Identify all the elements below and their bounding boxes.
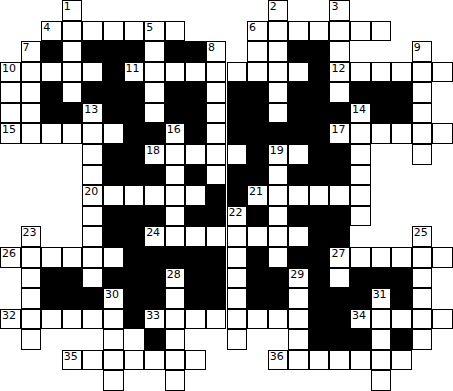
black-cell: [288, 165, 309, 186]
crossword-cell[interactable]: [165, 165, 186, 186]
crossword-cell[interactable]: [21, 123, 42, 144]
crossword-cell[interactable]: [329, 82, 350, 103]
crossword-cell[interactable]: [103, 123, 124, 144]
crossword-cell[interactable]: [103, 329, 124, 350]
crossword-cell[interactable]: [144, 185, 165, 206]
crossword-cell[interactable]: [82, 268, 103, 289]
crossword-cell[interactable]: 31: [371, 288, 392, 309]
crossword-cell[interactable]: [391, 309, 412, 330]
crossword-cell[interactable]: 3: [329, 0, 350, 21]
crossword-cell[interactable]: [268, 206, 289, 227]
crossword-cell[interactable]: 24: [144, 226, 165, 247]
black-cell: [309, 329, 330, 350]
black-cell: [329, 309, 350, 330]
crossword-cell[interactable]: 8: [206, 41, 227, 62]
crossword-cell[interactable]: [62, 82, 83, 103]
crossword-cell[interactable]: [62, 62, 83, 83]
black-cell: [247, 144, 268, 165]
crossword-cell[interactable]: [329, 21, 350, 42]
crossword-cell[interactable]: [309, 185, 330, 206]
clue-number: 1: [64, 1, 71, 13]
crossword-cell[interactable]: [206, 144, 227, 165]
black-cell: [350, 268, 371, 289]
crossword-cell[interactable]: [412, 62, 433, 83]
black-cell: [124, 226, 145, 247]
crossword-cell[interactable]: 21: [247, 185, 268, 206]
crossword-cell[interactable]: [82, 309, 103, 330]
crossword-cell[interactable]: [288, 329, 309, 350]
black-cell: [247, 82, 268, 103]
black-cell: [144, 247, 165, 268]
crossword-cell[interactable]: 32: [0, 309, 21, 330]
crossword-cell[interactable]: [268, 165, 289, 186]
crossword-cell[interactable]: [329, 41, 350, 62]
crossword-cell[interactable]: 20: [82, 185, 103, 206]
clue-number: 34: [352, 310, 366, 322]
crossword-cell[interactable]: 5: [144, 21, 165, 42]
clue-number: 22: [229, 207, 243, 219]
crossword-cell[interactable]: [206, 82, 227, 103]
black-cell: [144, 268, 165, 289]
crossword-cell[interactable]: 15: [0, 123, 21, 144]
crossword-cell[interactable]: [41, 62, 62, 83]
crossword-cell[interactable]: 23: [21, 226, 42, 247]
crossword-cell[interactable]: 25: [412, 226, 433, 247]
crossword-cell[interactable]: [288, 62, 309, 83]
clue-number: 4: [43, 22, 50, 34]
crossword-cell[interactable]: [432, 247, 453, 268]
black-cell: [41, 288, 62, 309]
crossword-cell[interactable]: [21, 268, 42, 289]
black-cell: [144, 329, 165, 350]
black-cell: [391, 82, 412, 103]
clue-number: 23: [23, 227, 37, 239]
crossword-cell[interactable]: [268, 226, 289, 247]
crossword-cell[interactable]: [412, 288, 433, 309]
crossword-cell[interactable]: [41, 123, 62, 144]
crossword-cell[interactable]: [247, 226, 268, 247]
clue-number: 29: [290, 269, 304, 281]
crossword-cell[interactable]: [412, 309, 433, 330]
black-cell: [144, 123, 165, 144]
black-cell: [268, 268, 289, 289]
clue-number: 14: [352, 104, 366, 116]
crossword-cell[interactable]: [268, 82, 289, 103]
black-cell: [144, 165, 165, 186]
black-cell: [124, 41, 145, 62]
crossword-cell[interactable]: [412, 144, 433, 165]
crossword-cell[interactable]: [165, 62, 186, 83]
black-cell: [82, 41, 103, 62]
black-cell: [288, 206, 309, 227]
clue-number: 13: [84, 104, 98, 116]
black-cell: [41, 268, 62, 289]
black-cell: [391, 288, 412, 309]
black-cell: [288, 123, 309, 144]
black-cell: [288, 247, 309, 268]
crossword-cell[interactable]: [165, 206, 186, 227]
black-cell: [288, 82, 309, 103]
crossword-cell[interactable]: 12: [329, 62, 350, 83]
crossword-cell[interactable]: [21, 288, 42, 309]
crossword-cell[interactable]: [268, 103, 289, 124]
black-cell: [206, 288, 227, 309]
crossword-cell[interactable]: [371, 123, 392, 144]
crossword-cell[interactable]: [206, 309, 227, 330]
black-cell: [185, 123, 206, 144]
black-cell: [103, 206, 124, 227]
crossword-cell[interactable]: [103, 370, 124, 391]
black-cell: [309, 247, 330, 268]
crossword-cell[interactable]: [350, 62, 371, 83]
black-cell: [206, 185, 227, 206]
crossword-cell[interactable]: [350, 165, 371, 186]
crossword-cell[interactable]: [165, 185, 186, 206]
crossword-cell[interactable]: 13: [82, 103, 103, 124]
crossword-cell[interactable]: [165, 288, 186, 309]
crossword-cell[interactable]: [350, 185, 371, 206]
black-cell: [247, 247, 268, 268]
black-cell: [309, 41, 330, 62]
crossword-cell[interactable]: 29: [288, 268, 309, 289]
crossword-cell[interactable]: 27: [329, 247, 350, 268]
black-cell: [103, 226, 124, 247]
black-cell: [206, 206, 227, 227]
black-cell: [371, 268, 392, 289]
black-cell: [185, 268, 206, 289]
crossword-cell[interactable]: [206, 103, 227, 124]
crossword-cell[interactable]: [227, 62, 248, 83]
black-cell: [309, 226, 330, 247]
crossword-cell[interactable]: 6: [247, 21, 268, 42]
crossword-cell[interactable]: [288, 144, 309, 165]
crossword-cell[interactable]: [206, 226, 227, 247]
crossword-cell[interactable]: [0, 82, 21, 103]
crossword-cell[interactable]: [185, 185, 206, 206]
black-cell: [103, 165, 124, 186]
crossword-cell[interactable]: [371, 62, 392, 83]
black-cell: [309, 288, 330, 309]
black-cell: [371, 103, 392, 124]
black-cell: [247, 123, 268, 144]
crossword-cell[interactable]: 14: [350, 103, 371, 124]
crossword-cell[interactable]: [82, 62, 103, 83]
clue-number: 21: [249, 186, 263, 198]
crossword-cell[interactable]: 16: [165, 123, 186, 144]
crossword-cell[interactable]: [82, 206, 103, 227]
crossword-cell[interactable]: [62, 123, 83, 144]
crossword-cell[interactable]: [288, 185, 309, 206]
crossword-cell[interactable]: [227, 268, 248, 289]
black-cell: [288, 103, 309, 124]
crossword-cell[interactable]: [144, 350, 165, 371]
black-cell: [309, 82, 330, 103]
black-cell: [124, 309, 145, 330]
black-cell: [124, 82, 145, 103]
crossword-cell[interactable]: [350, 21, 371, 42]
black-cell: [124, 123, 145, 144]
crossword-cell[interactable]: [412, 268, 433, 289]
crossword-cell[interactable]: [82, 165, 103, 186]
crossword-cell[interactable]: 17: [329, 123, 350, 144]
black-cell: [329, 329, 350, 350]
black-cell: [124, 206, 145, 227]
crossword-cell[interactable]: [165, 144, 186, 165]
crossword-cell[interactable]: [432, 309, 453, 330]
crossword-cell[interactable]: [247, 309, 268, 330]
crossword-cell[interactable]: [350, 123, 371, 144]
crossword-cell[interactable]: [371, 370, 392, 391]
crossword-cell[interactable]: [432, 123, 453, 144]
crossword-cell[interactable]: [371, 309, 392, 330]
black-cell: [103, 62, 124, 83]
crossword-cell[interactable]: [144, 41, 165, 62]
crossword-cell[interactable]: [82, 144, 103, 165]
black-cell: [185, 165, 206, 186]
clue-number: 7: [23, 42, 30, 54]
crossword-cell[interactable]: [227, 247, 248, 268]
clue-number: 31: [373, 289, 387, 301]
black-cell: [41, 41, 62, 62]
crossword-cell[interactable]: [103, 350, 124, 371]
crossword-cell[interactable]: [329, 185, 350, 206]
crossword-cell[interactable]: 1: [62, 0, 83, 21]
crossword-cell[interactable]: [62, 41, 83, 62]
black-cell: [124, 288, 145, 309]
crossword-cell[interactable]: 33: [144, 309, 165, 330]
crossword-cell[interactable]: [21, 62, 42, 83]
crossword-cell[interactable]: [165, 226, 186, 247]
crossword-cell[interactable]: [124, 21, 145, 42]
black-cell: [350, 82, 371, 103]
crossword-cell[interactable]: [185, 62, 206, 83]
crossword-cell[interactable]: [103, 247, 124, 268]
crossword-cell[interactable]: [82, 123, 103, 144]
crossword-cell[interactable]: [62, 247, 83, 268]
crossword-cell[interactable]: [103, 21, 124, 42]
crossword-cell[interactable]: [41, 309, 62, 330]
clue-number: 11: [126, 63, 140, 75]
crossword-cell[interactable]: [165, 21, 186, 42]
crossword-cell[interactable]: [247, 62, 268, 83]
crossword-cell[interactable]: [0, 103, 21, 124]
crossword-cell[interactable]: [329, 350, 350, 371]
clue-number: 20: [84, 186, 98, 198]
crossword-cell[interactable]: [82, 350, 103, 371]
crossword-cell[interactable]: [82, 21, 103, 42]
crossword-cell[interactable]: 19: [268, 144, 289, 165]
black-cell: [165, 247, 186, 268]
crossword-cell[interactable]: [82, 247, 103, 268]
black-cell: [309, 268, 330, 289]
crossword-cell[interactable]: [144, 82, 165, 103]
black-cell: [329, 206, 350, 227]
crossword-cell[interactable]: [165, 350, 186, 371]
crossword-cell[interactable]: [391, 350, 412, 371]
crossword-cell[interactable]: [371, 21, 392, 42]
black-cell: [165, 41, 186, 62]
crossword-cell[interactable]: [62, 309, 83, 330]
crossword-cell[interactable]: [350, 350, 371, 371]
crossword-cell[interactable]: [288, 21, 309, 42]
crossword-cell[interactable]: [165, 370, 186, 391]
crossword-cell[interactable]: [165, 329, 186, 350]
crossword-cell[interactable]: [41, 247, 62, 268]
crossword-cell[interactable]: 30: [103, 288, 124, 309]
crossword-cell[interactable]: [371, 247, 392, 268]
crossword-cell[interactable]: [227, 144, 248, 165]
crossword-cell[interactable]: [185, 144, 206, 165]
crossword-cell[interactable]: [288, 288, 309, 309]
black-cell: [103, 41, 124, 62]
black-cell: [103, 144, 124, 165]
crossword-cell[interactable]: [185, 226, 206, 247]
crossword-cell[interactable]: [185, 309, 206, 330]
crossword-cell[interactable]: [247, 41, 268, 62]
crossword-cell[interactable]: [206, 62, 227, 83]
crossword-cell[interactable]: 28: [165, 268, 186, 289]
crossword-cell[interactable]: [165, 309, 186, 330]
crossword-cell[interactable]: [268, 185, 289, 206]
crossword-cell[interactable]: 22: [227, 206, 248, 227]
black-cell: [185, 82, 206, 103]
black-cell: [206, 247, 227, 268]
crossword-cell[interactable]: [227, 226, 248, 247]
black-cell: [124, 247, 145, 268]
black-cell: [247, 103, 268, 124]
black-cell: [227, 82, 248, 103]
crossword-cell[interactable]: [412, 82, 433, 103]
clue-number: 18: [146, 145, 160, 157]
crossword-cell[interactable]: [412, 123, 433, 144]
crossword-cell[interactable]: 36: [268, 350, 289, 371]
clue-number: 2: [270, 1, 277, 13]
clue-number: 26: [2, 248, 16, 260]
crossword-cell[interactable]: [268, 247, 289, 268]
crossword-cell[interactable]: 35: [62, 350, 83, 371]
crossword-cell[interactable]: [227, 309, 248, 330]
crossword-cell[interactable]: [21, 103, 42, 124]
clue-number: 25: [414, 227, 428, 239]
clue-number: 24: [146, 227, 160, 239]
crossword-cell[interactable]: [329, 268, 350, 289]
black-cell: [185, 41, 206, 62]
black-cell: [391, 329, 412, 350]
clue-number: 33: [146, 310, 160, 322]
crossword-cell[interactable]: [391, 247, 412, 268]
crossword-cell[interactable]: [268, 21, 289, 42]
crossword-cell[interactable]: [288, 226, 309, 247]
crossword-cell[interactable]: [391, 62, 412, 83]
black-cell: [124, 165, 145, 186]
crossword-cell[interactable]: [82, 226, 103, 247]
crossword-cell[interactable]: [227, 329, 248, 350]
crossword-cell[interactable]: [268, 62, 289, 83]
crossword-cell[interactable]: [412, 329, 433, 350]
black-cell: [124, 268, 145, 289]
crossword-cell[interactable]: [350, 144, 371, 165]
crossword-cell[interactable]: 4: [41, 21, 62, 42]
crossword-cell[interactable]: [62, 21, 83, 42]
crossword-cell[interactable]: [309, 350, 330, 371]
black-cell: [309, 165, 330, 186]
crossword-cell[interactable]: [103, 309, 124, 330]
crossword-cell[interactable]: [144, 103, 165, 124]
crossword-cell[interactable]: [144, 62, 165, 83]
black-cell: [82, 82, 103, 103]
crossword-cell[interactable]: [103, 185, 124, 206]
crossword-cell[interactable]: [371, 329, 392, 350]
crossword-cell[interactable]: [288, 309, 309, 330]
black-cell: [329, 144, 350, 165]
crossword-cell[interactable]: [268, 309, 289, 330]
crossword-cell[interactable]: [124, 185, 145, 206]
crossword-cell[interactable]: 7: [21, 41, 42, 62]
crossword-cell[interactable]: 11: [124, 62, 145, 83]
crossword-cell[interactable]: [206, 123, 227, 144]
black-cell: [227, 185, 248, 206]
black-cell: [124, 103, 145, 124]
crossword-cell[interactable]: [350, 206, 371, 227]
black-cell: [329, 288, 350, 309]
black-cell: [329, 103, 350, 124]
crossword-cell[interactable]: [21, 247, 42, 268]
crossword-board: 1234567891011121314151617181920212223242…: [0, 0, 453, 391]
clue-number: 30: [105, 289, 119, 301]
crossword-cell[interactable]: [432, 62, 453, 83]
black-cell: [309, 62, 330, 83]
crossword-cell[interactable]: 34: [350, 309, 371, 330]
black-cell: [247, 165, 268, 186]
crossword-cell[interactable]: 10: [0, 62, 21, 83]
crossword-cell[interactable]: 9: [412, 41, 433, 62]
black-cell: [185, 247, 206, 268]
clue-number: 10: [2, 63, 16, 75]
crossword-cell[interactable]: [350, 247, 371, 268]
black-cell: [309, 206, 330, 227]
crossword-cell[interactable]: [185, 350, 206, 371]
crossword-cell[interactable]: [21, 82, 42, 103]
black-cell: [227, 103, 248, 124]
crossword-cell[interactable]: [21, 309, 42, 330]
black-cell: [62, 268, 83, 289]
crossword-cell[interactable]: [21, 329, 42, 350]
clue-number: 8: [208, 42, 215, 54]
black-cell: [247, 268, 268, 289]
crossword-cell[interactable]: [412, 247, 433, 268]
crossword-cell[interactable]: [391, 123, 412, 144]
clue-number: 19: [270, 145, 284, 157]
black-cell: [329, 165, 350, 186]
crossword-cell[interactable]: 2: [268, 0, 289, 21]
crossword-cell[interactable]: [412, 103, 433, 124]
crossword-cell[interactable]: [206, 165, 227, 186]
crossword-cell[interactable]: [268, 41, 289, 62]
black-cell: [268, 288, 289, 309]
black-cell: [391, 103, 412, 124]
crossword-cell[interactable]: 26: [0, 247, 21, 268]
clue-number: 27: [331, 248, 345, 260]
black-cell: [185, 103, 206, 124]
crossword-cell[interactable]: [371, 350, 392, 371]
black-cell: [124, 144, 145, 165]
black-cell: [227, 123, 248, 144]
crossword-cell[interactable]: [288, 350, 309, 371]
crossword-cell[interactable]: 18: [144, 144, 165, 165]
crossword-cell[interactable]: [124, 350, 145, 371]
crossword-cell[interactable]: [309, 21, 330, 42]
crossword-cell[interactable]: [227, 288, 248, 309]
